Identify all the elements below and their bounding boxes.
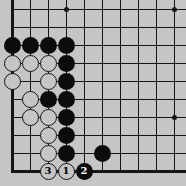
white-stone [40, 109, 57, 126]
black-stone [58, 37, 75, 54]
black-stone [58, 73, 75, 90]
white-stone [4, 55, 21, 72]
black-stone [58, 127, 75, 144]
black-stone [22, 37, 39, 54]
white-stone [40, 55, 57, 72]
white-stone [22, 91, 39, 108]
move-2-stone-black-stone: 2 [76, 163, 93, 180]
black-stone [58, 55, 75, 72]
white-stone [22, 55, 39, 72]
move-number: 2 [81, 166, 88, 176]
white-stone [40, 145, 57, 162]
stones-layer: 123 [3, 0, 183, 180]
black-stone [4, 37, 21, 54]
white-stone [40, 73, 57, 90]
white-stone [4, 73, 21, 90]
white-stone [40, 127, 57, 144]
black-stone [40, 37, 57, 54]
move-number: 3 [45, 166, 52, 176]
move-3-stone-white-stone: 3 [40, 163, 57, 180]
black-stone [58, 145, 75, 162]
go-board-diagram[interactable]: 123 [0, 0, 186, 186]
black-stone [58, 91, 75, 108]
white-stone [22, 109, 39, 126]
move-number: 1 [63, 166, 70, 176]
black-stone [58, 109, 75, 126]
black-stone [94, 145, 111, 162]
black-stone [40, 91, 57, 108]
move-1-stone-white-stone: 1 [58, 163, 75, 180]
